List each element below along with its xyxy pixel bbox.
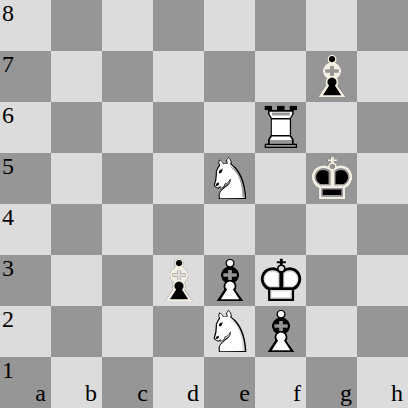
white-rook-outline-glyph: ♖ xyxy=(255,102,306,153)
square-d1[interactable]: d xyxy=(153,357,204,408)
square-c2[interactable] xyxy=(102,306,153,357)
square-c8[interactable] xyxy=(102,0,153,51)
square-h4[interactable] xyxy=(357,204,408,255)
piece-black-king[interactable]: ♚♔ xyxy=(306,153,357,204)
black-king-outline-glyph: ♔ xyxy=(306,153,357,204)
square-b8[interactable] xyxy=(51,0,102,51)
square-a7[interactable]: 7 xyxy=(0,51,51,102)
file-label-h: h xyxy=(391,381,403,405)
square-g4[interactable] xyxy=(306,204,357,255)
piece-white-rook[interactable]: ♜♖ xyxy=(255,102,306,153)
rank-label-6: 6 xyxy=(2,103,14,127)
square-e5[interactable]: ♞♘ xyxy=(204,153,255,204)
square-d8[interactable] xyxy=(153,0,204,51)
file-label-g: g xyxy=(340,381,352,405)
piece-black-bishop[interactable]: ♝♗ xyxy=(306,51,357,102)
square-a2[interactable]: 2 xyxy=(0,306,51,357)
square-f2[interactable]: ♝♗ xyxy=(255,306,306,357)
square-c5[interactable] xyxy=(102,153,153,204)
rank-label-7: 7 xyxy=(2,52,14,76)
square-f1[interactable]: f xyxy=(255,357,306,408)
square-g2[interactable] xyxy=(306,306,357,357)
square-h8[interactable] xyxy=(357,0,408,51)
white-bishop-outline-glyph: ♗ xyxy=(255,306,306,357)
square-a3[interactable]: 3 xyxy=(0,255,51,306)
piece-white-knight[interactable]: ♞♘ xyxy=(204,306,255,357)
square-h2[interactable] xyxy=(357,306,408,357)
square-g5[interactable]: ♚♔ xyxy=(306,153,357,204)
square-a6[interactable]: 6 xyxy=(0,102,51,153)
square-b4[interactable] xyxy=(51,204,102,255)
rank-label-8: 8 xyxy=(2,1,14,25)
square-h5[interactable] xyxy=(357,153,408,204)
file-label-c: c xyxy=(137,381,148,405)
square-g7[interactable]: ♝♗ xyxy=(306,51,357,102)
square-d6[interactable] xyxy=(153,102,204,153)
square-h1[interactable]: h xyxy=(357,357,408,408)
square-h6[interactable] xyxy=(357,102,408,153)
square-f5[interactable] xyxy=(255,153,306,204)
square-d7[interactable] xyxy=(153,51,204,102)
square-d2[interactable] xyxy=(153,306,204,357)
square-b5[interactable] xyxy=(51,153,102,204)
piece-black-bishop[interactable]: ♝♗ xyxy=(153,255,204,306)
file-label-f: f xyxy=(293,381,301,405)
square-f6[interactable]: ♜♖ xyxy=(255,102,306,153)
square-e8[interactable] xyxy=(204,0,255,51)
square-d5[interactable] xyxy=(153,153,204,204)
white-knight-outline-glyph: ♘ xyxy=(204,153,255,204)
square-g1[interactable]: g xyxy=(306,357,357,408)
square-h3[interactable] xyxy=(357,255,408,306)
square-b7[interactable] xyxy=(51,51,102,102)
square-f8[interactable] xyxy=(255,0,306,51)
black-bishop-outline-glyph: ♗ xyxy=(306,51,357,102)
black-bishop-outline-glyph: ♗ xyxy=(153,255,204,306)
square-b6[interactable] xyxy=(51,102,102,153)
square-a1[interactable]: 1a xyxy=(0,357,51,408)
square-e2[interactable]: ♞♘ xyxy=(204,306,255,357)
file-label-e: e xyxy=(239,381,250,405)
square-d3[interactable]: ♝♗ xyxy=(153,255,204,306)
square-b3[interactable] xyxy=(51,255,102,306)
square-a8[interactable]: 8 xyxy=(0,0,51,51)
square-e7[interactable] xyxy=(204,51,255,102)
square-c6[interactable] xyxy=(102,102,153,153)
white-knight-outline-glyph: ♘ xyxy=(204,306,255,357)
square-b2[interactable] xyxy=(51,306,102,357)
rank-label-3: 3 xyxy=(2,256,14,280)
square-c7[interactable] xyxy=(102,51,153,102)
square-b1[interactable]: b xyxy=(51,357,102,408)
piece-white-knight[interactable]: ♞♘ xyxy=(204,153,255,204)
file-label-b: b xyxy=(85,381,97,405)
chess-board: 87♝♗6♜♖5♞♘♚♔43♝♗♝♗♚♔2♞♘♝♗1abcdefgh xyxy=(0,0,408,408)
square-a4[interactable]: 4 xyxy=(0,204,51,255)
rank-label-2: 2 xyxy=(2,307,14,331)
square-g3[interactable] xyxy=(306,255,357,306)
rank-label-1: 1 xyxy=(2,358,14,382)
file-label-d: d xyxy=(187,381,199,405)
rank-label-5: 5 xyxy=(2,154,14,178)
square-a5[interactable]: 5 xyxy=(0,153,51,204)
square-h7[interactable] xyxy=(357,51,408,102)
file-label-a: a xyxy=(35,381,46,405)
piece-white-bishop[interactable]: ♝♗ xyxy=(255,306,306,357)
square-e1[interactable]: e xyxy=(204,357,255,408)
rank-label-4: 4 xyxy=(2,205,14,229)
square-c1[interactable]: c xyxy=(102,357,153,408)
square-c3[interactable] xyxy=(102,255,153,306)
square-c4[interactable] xyxy=(102,204,153,255)
